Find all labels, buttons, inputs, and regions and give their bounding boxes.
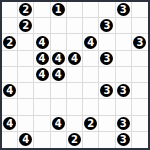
- clue-disc: 3: [117, 117, 130, 130]
- cell-r5c1[interactable]: [2, 67, 18, 83]
- cell-r1c3[interactable]: [34, 2, 50, 18]
- cell-r2c4[interactable]: [51, 18, 67, 34]
- cell-r6c1[interactable]: 4: [2, 83, 18, 99]
- clue-disc: 4: [36, 68, 49, 81]
- cell-r8c6[interactable]: 2: [83, 116, 99, 132]
- cell-r5c2[interactable]: [18, 67, 34, 83]
- cell-r9c2[interactable]: 4: [18, 132, 34, 148]
- clue-disc: 2: [19, 19, 32, 32]
- cell-r4c3[interactable]: 4: [34, 51, 50, 67]
- cell-r3c7[interactable]: [99, 34, 115, 50]
- cell-r1c4[interactable]: 1: [51, 2, 67, 18]
- cell-r2c6[interactable]: [83, 18, 99, 34]
- cell-r7c8[interactable]: [116, 99, 132, 115]
- cell-r9c4[interactable]: [51, 132, 67, 148]
- cell-r7c2[interactable]: [18, 99, 34, 115]
- cell-r8c9[interactable]: [132, 116, 148, 132]
- clue-disc: 2: [19, 3, 32, 16]
- cell-r6c7[interactable]: 3: [99, 83, 115, 99]
- cell-r8c2[interactable]: [18, 116, 34, 132]
- cell-r3c6[interactable]: 4: [83, 34, 99, 50]
- clue-disc: 4: [3, 84, 16, 97]
- cell-r8c3[interactable]: [34, 116, 50, 132]
- cell-r8c7[interactable]: [99, 116, 115, 132]
- cell-r2c8[interactable]: [116, 18, 132, 34]
- cell-r4c4[interactable]: 4: [51, 51, 67, 67]
- cell-r7c9[interactable]: [132, 99, 148, 115]
- clue-disc: 2: [68, 133, 81, 146]
- cell-r7c7[interactable]: [99, 99, 115, 115]
- clue-disc: 2: [3, 36, 16, 49]
- clue-disc: 4: [52, 117, 65, 130]
- cell-r6c6[interactable]: [83, 83, 99, 99]
- clue-disc: 3: [117, 133, 130, 146]
- cell-r6c9[interactable]: [132, 83, 148, 99]
- cell-r8c5[interactable]: [67, 116, 83, 132]
- cell-r7c6[interactable]: [83, 99, 99, 115]
- cell-r6c2[interactable]: [18, 83, 34, 99]
- clue-disc: 2: [84, 117, 97, 130]
- cell-r1c9[interactable]: [132, 2, 148, 18]
- cell-r3c1[interactable]: 2: [2, 34, 18, 50]
- cell-r6c8[interactable]: 3: [116, 83, 132, 99]
- cell-r5c5[interactable]: [67, 67, 83, 83]
- cell-r1c6[interactable]: [83, 2, 99, 18]
- cell-r9c6[interactable]: [83, 132, 99, 148]
- clue-disc: 3: [117, 84, 130, 97]
- cell-r7c1[interactable]: [2, 99, 18, 115]
- clue-disc: 4: [84, 36, 97, 49]
- cell-r1c7[interactable]: [99, 2, 115, 18]
- cell-r7c5[interactable]: [67, 99, 83, 115]
- cell-r6c3[interactable]: [34, 83, 50, 99]
- cell-r5c4[interactable]: 4: [51, 67, 67, 83]
- clue-disc: 3: [100, 52, 113, 65]
- cell-r6c5[interactable]: [67, 83, 83, 99]
- cell-r5c9[interactable]: [132, 67, 148, 83]
- clue-disc: 4: [68, 52, 81, 65]
- cell-r4c7[interactable]: 3: [99, 51, 115, 67]
- cell-r3c4[interactable]: [51, 34, 67, 50]
- clue-disc: 4: [19, 133, 32, 146]
- cell-r9c5[interactable]: 2: [67, 132, 83, 148]
- cell-r1c1[interactable]: [2, 2, 18, 18]
- clue-disc: 4: [36, 52, 49, 65]
- cell-r3c3[interactable]: 4: [34, 34, 50, 50]
- cell-r3c8[interactable]: [116, 34, 132, 50]
- cell-r5c3[interactable]: 4: [34, 67, 50, 83]
- cell-r1c2[interactable]: 2: [18, 2, 34, 18]
- clue-disc: 4: [36, 36, 49, 49]
- cell-r2c1[interactable]: [2, 18, 18, 34]
- cell-r8c1[interactable]: 4: [2, 116, 18, 132]
- cell-r3c9[interactable]: 3: [132, 34, 148, 50]
- cell-r7c3[interactable]: [34, 99, 50, 115]
- cell-r4c9[interactable]: [132, 51, 148, 67]
- cell-r1c5[interactable]: [67, 2, 83, 18]
- cell-r2c3[interactable]: [34, 18, 50, 34]
- cell-r1c8[interactable]: 3: [116, 2, 132, 18]
- cell-r9c8[interactable]: 3: [116, 132, 132, 148]
- puzzle-board: 2132324434443444334423423: [0, 0, 150, 150]
- cell-r3c5[interactable]: [67, 34, 83, 50]
- clue-disc: 1: [52, 3, 65, 16]
- cell-r8c4[interactable]: 4: [51, 116, 67, 132]
- cell-r3c2[interactable]: [18, 34, 34, 50]
- cell-r9c9[interactable]: [132, 132, 148, 148]
- cell-r5c6[interactable]: [83, 67, 99, 83]
- clue-disc: 3: [100, 19, 113, 32]
- cell-r5c8[interactable]: [116, 67, 132, 83]
- cell-r4c2[interactable]: [18, 51, 34, 67]
- cell-r8c8[interactable]: 3: [116, 116, 132, 132]
- cell-r4c5[interactable]: 4: [67, 51, 83, 67]
- cell-r4c8[interactable]: [116, 51, 132, 67]
- cell-r4c6[interactable]: [83, 51, 99, 67]
- cell-r9c3[interactable]: [34, 132, 50, 148]
- clue-disc: 4: [52, 52, 65, 65]
- clue-disc: 3: [117, 3, 130, 16]
- cell-r6c4[interactable]: [51, 83, 67, 99]
- cell-r5c7[interactable]: [99, 67, 115, 83]
- clue-disc: 3: [100, 84, 113, 97]
- cell-r7c4[interactable]: [51, 99, 67, 115]
- clue-disc: 4: [52, 68, 65, 81]
- cell-r2c7[interactable]: 3: [99, 18, 115, 34]
- clue-disc: 3: [133, 36, 146, 49]
- cell-r2c2[interactable]: 2: [18, 18, 34, 34]
- cell-r2c5[interactable]: [67, 18, 83, 34]
- cell-r2c9[interactable]: [132, 18, 148, 34]
- cell-r9c7[interactable]: [99, 132, 115, 148]
- clue-disc: 4: [3, 117, 16, 130]
- cell-r9c1[interactable]: [2, 132, 18, 148]
- cell-r4c1[interactable]: [2, 51, 18, 67]
